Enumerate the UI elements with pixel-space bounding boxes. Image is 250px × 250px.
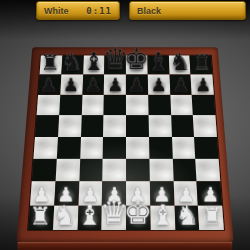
square-e4[interactable] bbox=[126, 137, 149, 159]
white-king[interactable]: ♚ bbox=[124, 197, 153, 229]
square-g4[interactable] bbox=[171, 137, 195, 159]
square-e7[interactable]: ♟ bbox=[126, 75, 148, 95]
square-f8[interactable]: ♝ bbox=[147, 56, 169, 75]
square-d4[interactable] bbox=[103, 137, 126, 159]
square-e3[interactable] bbox=[126, 159, 150, 182]
square-b3[interactable] bbox=[55, 159, 79, 182]
square-f5[interactable] bbox=[148, 115, 171, 136]
square-h5[interactable] bbox=[193, 115, 217, 136]
square-g3[interactable] bbox=[172, 159, 196, 182]
black-bishop[interactable]: ♝ bbox=[147, 49, 169, 74]
black-bishop[interactable]: ♝ bbox=[83, 49, 105, 74]
black-pawn[interactable]: ♟ bbox=[195, 76, 211, 94]
square-f3[interactable] bbox=[149, 159, 173, 182]
black-pawn[interactable]: ♟ bbox=[85, 76, 101, 94]
square-h7[interactable]: ♟ bbox=[191, 75, 214, 95]
square-f6[interactable] bbox=[148, 95, 171, 116]
square-b7[interactable]: ♟ bbox=[60, 75, 83, 95]
white-rook[interactable]: ♜ bbox=[201, 204, 223, 229]
square-a4[interactable] bbox=[33, 137, 57, 159]
square-d7[interactable]: ♟ bbox=[104, 75, 126, 95]
square-b6[interactable] bbox=[59, 95, 82, 116]
square-d3[interactable] bbox=[102, 159, 126, 182]
black-knight[interactable]: ♞ bbox=[169, 50, 190, 74]
square-h3[interactable] bbox=[195, 159, 220, 182]
square-b5[interactable] bbox=[58, 115, 82, 136]
black-king[interactable]: ♚ bbox=[124, 46, 150, 74]
square-c1[interactable]: ♝ bbox=[77, 205, 102, 230]
square-c6[interactable] bbox=[81, 95, 104, 116]
square-h8[interactable]: ♜ bbox=[190, 56, 213, 75]
black-pawn[interactable]: ♟ bbox=[151, 76, 167, 94]
square-b1[interactable]: ♞ bbox=[53, 205, 78, 230]
square-f7[interactable]: ♟ bbox=[148, 75, 170, 95]
black-rook[interactable]: ♜ bbox=[192, 52, 212, 74]
square-c7[interactable]: ♟ bbox=[82, 75, 104, 95]
square-f4[interactable] bbox=[149, 137, 173, 159]
square-e6[interactable] bbox=[126, 95, 148, 116]
square-a5[interactable] bbox=[35, 115, 59, 136]
square-g5[interactable] bbox=[171, 115, 195, 136]
white-knight[interactable]: ♞ bbox=[175, 202, 199, 229]
square-c3[interactable] bbox=[79, 159, 103, 182]
square-e5[interactable] bbox=[126, 115, 149, 136]
square-g1[interactable]: ♞ bbox=[174, 205, 199, 230]
square-b8[interactable]: ♞ bbox=[61, 56, 83, 75]
white-rook[interactable]: ♜ bbox=[29, 204, 51, 229]
square-c5[interactable] bbox=[81, 115, 104, 136]
square-d6[interactable] bbox=[104, 95, 126, 116]
white-knight[interactable]: ♞ bbox=[53, 202, 77, 229]
square-g7[interactable]: ♟ bbox=[169, 75, 192, 95]
white-bishop[interactable]: ♝ bbox=[150, 201, 175, 229]
square-g6[interactable] bbox=[170, 95, 193, 116]
black-pawn[interactable]: ♟ bbox=[129, 76, 145, 94]
square-a3[interactable] bbox=[32, 159, 57, 182]
square-a8[interactable]: ♜ bbox=[40, 56, 63, 75]
black-knight[interactable]: ♞ bbox=[61, 50, 82, 74]
square-e8[interactable]: ♚ bbox=[126, 56, 148, 75]
square-d5[interactable] bbox=[103, 115, 126, 136]
black-pawn[interactable]: ♟ bbox=[173, 76, 189, 94]
square-h6[interactable] bbox=[192, 95, 216, 116]
square-a1[interactable]: ♜ bbox=[28, 205, 54, 230]
black-rook[interactable]: ♜ bbox=[41, 52, 61, 74]
white-bishop[interactable]: ♝ bbox=[77, 201, 102, 229]
chessboard-wood-frame: ♜♞♝♛♚♝♞♜♟♟♟♟♟♟♟♟♟♟♟♟♟♟♟♟♜♞♝♛♚♝♞♜ bbox=[16, 47, 233, 242]
square-c4[interactable] bbox=[80, 137, 104, 159]
black-pawn[interactable]: ♟ bbox=[41, 76, 57, 94]
square-a6[interactable] bbox=[37, 95, 60, 116]
square-d1[interactable]: ♛ bbox=[102, 205, 126, 230]
square-g8[interactable]: ♞ bbox=[168, 56, 190, 75]
square-a7[interactable]: ♟ bbox=[38, 75, 61, 95]
square-c8[interactable]: ♝ bbox=[83, 56, 105, 75]
black-pawn[interactable]: ♟ bbox=[63, 76, 79, 94]
chessboard: ♜♞♝♛♚♝♞♜♟♟♟♟♟♟♟♟♟♟♟♟♟♟♟♟♜♞♝♛♚♝♞♜ bbox=[27, 55, 225, 231]
board-scene: ♜♞♝♛♚♝♞♜♟♟♟♟♟♟♟♟♟♟♟♟♟♟♟♟♜♞♝♛♚♝♞♜ bbox=[0, 0, 250, 250]
square-e1[interactable]: ♚ bbox=[126, 205, 150, 230]
square-f1[interactable]: ♝ bbox=[150, 205, 175, 230]
chess-game-window: White 0:11 Black ♜♞♝♛♚♝♞♜♟♟♟♟♟♟♟♟♟♟♟♟♟♟♟… bbox=[0, 0, 250, 250]
square-h4[interactable] bbox=[194, 137, 218, 159]
square-b4[interactable] bbox=[57, 137, 81, 159]
square-h1[interactable]: ♜ bbox=[198, 205, 224, 230]
black-pawn[interactable]: ♟ bbox=[107, 76, 123, 94]
